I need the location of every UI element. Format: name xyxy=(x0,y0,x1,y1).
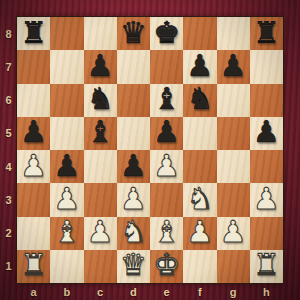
piece-white-pawn[interactable]: ♟ xyxy=(87,217,114,247)
square-a5[interactable]: ♟ xyxy=(17,117,50,150)
piece-white-bishop[interactable]: ♝ xyxy=(153,217,180,247)
piece-black-queen[interactable]: ♛ xyxy=(120,18,147,48)
chess-board-frame: ♜♛♚♜♟♟♟♞♝♞♟♝♟♟♟♟♟♟♟♟♞♟♝♟♞♝♟♟♜♛♚♜ 8765432… xyxy=(0,0,300,300)
piece-black-knight[interactable]: ♞ xyxy=(87,84,114,114)
rank-label-1: 1 xyxy=(0,250,17,283)
square-e4[interactable]: ♟ xyxy=(150,150,183,183)
square-e6[interactable]: ♝ xyxy=(150,84,183,117)
file-label-c: c xyxy=(84,283,117,300)
square-c4[interactable] xyxy=(84,150,117,183)
square-b3[interactable]: ♟ xyxy=(50,183,83,216)
square-g7[interactable]: ♟ xyxy=(217,50,250,83)
square-g6[interactable] xyxy=(217,84,250,117)
rank-label-4: 4 xyxy=(0,150,17,183)
square-c6[interactable]: ♞ xyxy=(84,84,117,117)
piece-black-bishop[interactable]: ♝ xyxy=(87,117,114,147)
square-d4[interactable]: ♟ xyxy=(117,150,150,183)
square-d2[interactable]: ♞ xyxy=(117,217,150,250)
square-h1[interactable]: ♜ xyxy=(250,250,283,283)
piece-white-pawn[interactable]: ♟ xyxy=(186,217,213,247)
square-e1[interactable]: ♚ xyxy=(150,250,183,283)
piece-white-rook[interactable]: ♜ xyxy=(20,250,47,280)
square-f5[interactable] xyxy=(183,117,216,150)
piece-white-bishop[interactable]: ♝ xyxy=(53,217,80,247)
square-c5[interactable]: ♝ xyxy=(84,117,117,150)
square-d3[interactable]: ♟ xyxy=(117,183,150,216)
piece-black-pawn[interactable]: ♟ xyxy=(53,151,80,181)
piece-black-rook[interactable]: ♜ xyxy=(253,18,280,48)
square-d6[interactable] xyxy=(117,84,150,117)
square-d7[interactable] xyxy=(117,50,150,83)
piece-white-pawn[interactable]: ♟ xyxy=(120,184,147,214)
square-e2[interactable]: ♝ xyxy=(150,217,183,250)
file-label-d: d xyxy=(117,283,150,300)
square-c8[interactable] xyxy=(84,17,117,50)
square-e7[interactable] xyxy=(150,50,183,83)
piece-black-pawn[interactable]: ♟ xyxy=(153,117,180,147)
piece-white-pawn[interactable]: ♟ xyxy=(153,151,180,181)
square-e8[interactable]: ♚ xyxy=(150,17,183,50)
square-a6[interactable] xyxy=(17,84,50,117)
rank-labels: 87654321 xyxy=(0,17,17,283)
square-f1[interactable] xyxy=(183,250,216,283)
file-label-a: a xyxy=(17,283,50,300)
piece-white-king[interactable]: ♚ xyxy=(153,250,180,280)
square-g1[interactable] xyxy=(217,250,250,283)
piece-black-king[interactable]: ♚ xyxy=(153,18,180,48)
square-d1[interactable]: ♛ xyxy=(117,250,150,283)
square-h8[interactable]: ♜ xyxy=(250,17,283,50)
rank-label-2: 2 xyxy=(0,217,17,250)
square-g4[interactable] xyxy=(217,150,250,183)
piece-black-pawn[interactable]: ♟ xyxy=(87,51,114,81)
square-b8[interactable] xyxy=(50,17,83,50)
square-g5[interactable] xyxy=(217,117,250,150)
square-g2[interactable]: ♟ xyxy=(217,217,250,250)
rank-label-7: 7 xyxy=(0,50,17,83)
square-a7[interactable] xyxy=(17,50,50,83)
square-a8[interactable]: ♜ xyxy=(17,17,50,50)
square-h2[interactable] xyxy=(250,217,283,250)
square-h3[interactable]: ♟ xyxy=(250,183,283,216)
square-a2[interactable] xyxy=(17,217,50,250)
piece-black-pawn[interactable]: ♟ xyxy=(253,117,280,147)
square-f6[interactable]: ♞ xyxy=(183,84,216,117)
square-c7[interactable]: ♟ xyxy=(84,50,117,83)
square-d5[interactable] xyxy=(117,117,150,150)
file-label-g: g xyxy=(217,283,250,300)
square-h5[interactable]: ♟ xyxy=(250,117,283,150)
square-d8[interactable]: ♛ xyxy=(117,17,150,50)
square-b5[interactable] xyxy=(50,117,83,150)
file-label-b: b xyxy=(50,283,83,300)
square-h6[interactable] xyxy=(250,84,283,117)
piece-white-pawn[interactable]: ♟ xyxy=(220,217,247,247)
square-a1[interactable]: ♜ xyxy=(17,250,50,283)
square-f2[interactable]: ♟ xyxy=(183,217,216,250)
piece-white-pawn[interactable]: ♟ xyxy=(20,151,47,181)
square-b6[interactable] xyxy=(50,84,83,117)
piece-white-pawn[interactable]: ♟ xyxy=(53,184,80,214)
square-c1[interactable] xyxy=(84,250,117,283)
square-f7[interactable]: ♟ xyxy=(183,50,216,83)
square-a3[interactable] xyxy=(17,183,50,216)
piece-black-pawn[interactable]: ♟ xyxy=(186,51,213,81)
square-b1[interactable] xyxy=(50,250,83,283)
rank-label-5: 5 xyxy=(0,117,17,150)
piece-black-knight[interactable]: ♞ xyxy=(186,84,213,114)
square-g8[interactable] xyxy=(217,17,250,50)
square-b2[interactable]: ♝ xyxy=(50,217,83,250)
piece-black-rook[interactable]: ♜ xyxy=(20,18,47,48)
piece-white-knight[interactable]: ♞ xyxy=(120,217,147,247)
piece-black-bishop[interactable]: ♝ xyxy=(153,84,180,114)
square-f4[interactable] xyxy=(183,150,216,183)
square-a4[interactable]: ♟ xyxy=(17,150,50,183)
square-b7[interactable] xyxy=(50,50,83,83)
square-f8[interactable] xyxy=(183,17,216,50)
piece-black-pawn[interactable]: ♟ xyxy=(120,151,147,181)
square-h7[interactable] xyxy=(250,50,283,83)
square-f3[interactable]: ♞ xyxy=(183,183,216,216)
square-h4[interactable] xyxy=(250,150,283,183)
piece-black-pawn[interactable]: ♟ xyxy=(220,51,247,81)
chess-board: ♜♛♚♜♟♟♟♞♝♞♟♝♟♟♟♟♟♟♟♟♞♟♝♟♞♝♟♟♜♛♚♜ xyxy=(17,17,283,283)
file-label-h: h xyxy=(250,283,283,300)
piece-black-pawn[interactable]: ♟ xyxy=(20,117,47,147)
piece-white-queen[interactable]: ♛ xyxy=(120,250,147,280)
rank-label-8: 8 xyxy=(0,17,17,50)
square-e3[interactable] xyxy=(150,183,183,216)
square-e5[interactable]: ♟ xyxy=(150,117,183,150)
square-c3[interactable] xyxy=(84,183,117,216)
square-g3[interactable] xyxy=(217,183,250,216)
square-c2[interactable]: ♟ xyxy=(84,217,117,250)
piece-white-knight[interactable]: ♞ xyxy=(186,184,213,214)
file-label-e: e xyxy=(150,283,183,300)
square-b4[interactable]: ♟ xyxy=(50,150,83,183)
rank-label-3: 3 xyxy=(0,183,17,216)
rank-label-6: 6 xyxy=(0,84,17,117)
piece-white-rook[interactable]: ♜ xyxy=(253,250,280,280)
piece-white-pawn[interactable]: ♟ xyxy=(253,184,280,214)
file-label-f: f xyxy=(183,283,216,300)
file-labels: abcdefgh xyxy=(17,283,283,300)
